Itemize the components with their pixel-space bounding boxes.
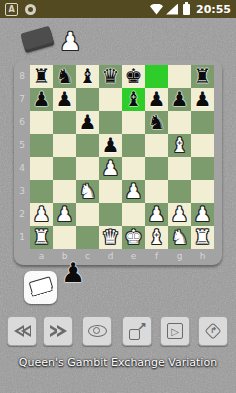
rank-labels: 87654321: [14, 65, 30, 249]
white-pawn: ♟: [125, 180, 143, 203]
black-rook: ♜: [194, 65, 212, 88]
file-label-h: h: [191, 249, 214, 263]
file-label-f: f: [145, 249, 168, 263]
square-g6[interactable]: [168, 111, 191, 134]
share-icon: ↗: [129, 323, 146, 340]
square-a3[interactable]: [30, 180, 53, 203]
square-b8[interactable]: ♞: [53, 65, 76, 88]
square-e1[interactable]: ♚: [122, 226, 145, 249]
square-f1[interactable]: ♝: [145, 226, 168, 249]
step-back-button[interactable]: [7, 316, 37, 346]
white-rook: ♜: [194, 226, 212, 249]
opening-name-caption: Queen's Gambit Exchange Variation: [0, 356, 236, 369]
square-d3[interactable]: [99, 180, 122, 203]
square-g1[interactable]: ♞: [168, 226, 191, 249]
square-g8[interactable]: [168, 65, 191, 88]
square-c6[interactable]: ♟: [76, 111, 99, 134]
black-king: ♚: [125, 65, 143, 88]
square-a2[interactable]: ♟: [30, 203, 53, 226]
white-side-pawn-indicator: ♟: [59, 30, 81, 53]
black-pawn: ♟: [33, 88, 51, 111]
black-bishop: ♝: [125, 88, 143, 111]
square-c7[interactable]: [76, 88, 99, 111]
square-e7[interactable]: ♝: [122, 88, 145, 111]
white-queen: ♛: [102, 226, 120, 249]
white-knight: ♞: [171, 226, 189, 249]
square-c8[interactable]: ♝: [76, 65, 99, 88]
square-h5[interactable]: [191, 134, 214, 157]
white-bishop: ♝: [148, 226, 166, 249]
square-h7[interactable]: ♟: [191, 88, 214, 111]
white-pawn: ♟: [33, 203, 51, 226]
square-a6[interactable]: [30, 111, 53, 134]
square-d5[interactable]: ♟: [99, 134, 122, 157]
square-e3[interactable]: ♟: [122, 180, 145, 203]
black-knight: ♞: [148, 111, 166, 134]
rank-label-2: 2: [14, 203, 30, 226]
file-labels: abcdefgh: [30, 249, 214, 263]
letter-a-box-icon: A: [5, 3, 18, 16]
variation-button[interactable]: ↱: [198, 316, 228, 346]
cell-signal-icon: [166, 4, 178, 15]
app-screen: A 20:55 ♟ 87654321 ♜♞♝♛♚♜♟♟♝♟♟♟♟♞♟♝♟♞♟♟♟…: [0, 0, 236, 393]
square-b7[interactable]: ♟: [53, 88, 76, 111]
square-g2[interactable]: ♟: [168, 203, 191, 226]
square-c1[interactable]: [76, 226, 99, 249]
file-label-e: e: [122, 249, 145, 263]
black-side-pawn-indicator: ♟: [61, 261, 85, 284]
square-a8[interactable]: ♜: [30, 65, 53, 88]
square-e5[interactable]: [122, 134, 145, 157]
white-knight: ♞: [79, 180, 97, 203]
square-c3[interactable]: ♞: [76, 180, 99, 203]
step-forward-button[interactable]: [43, 316, 73, 346]
square-f4[interactable]: [145, 157, 168, 180]
square-h4[interactable]: [191, 157, 214, 180]
autoplay-button[interactable]: ▷: [160, 316, 190, 346]
square-c4[interactable]: [76, 157, 99, 180]
square-f5[interactable]: [145, 134, 168, 157]
file-label-g: g: [168, 249, 191, 263]
square-d4[interactable]: ♟: [99, 157, 122, 180]
share-button[interactable]: ↗: [122, 316, 152, 346]
share-arrow: ↗: [137, 320, 146, 333]
white-rook: ♜: [33, 226, 51, 249]
turn-arrow-glyph: ↱: [210, 327, 217, 335]
square-h8[interactable]: ♜: [191, 65, 214, 88]
square-f7[interactable]: ♟: [145, 88, 168, 111]
square-f6[interactable]: ♞: [145, 111, 168, 134]
rank-label-5: 5: [14, 134, 30, 157]
peek-button[interactable]: [82, 316, 112, 346]
rewind-icon: [21, 325, 31, 338]
white-pawn: ♟: [56, 203, 74, 226]
square-d7[interactable]: [99, 88, 122, 111]
square-b2[interactable]: ♟: [53, 203, 76, 226]
square-a7[interactable]: ♟: [30, 88, 53, 111]
wifi-icon: [150, 4, 163, 15]
square-b5[interactable]: [53, 134, 76, 157]
square-h2[interactable]: ♟: [191, 203, 214, 226]
rank-label-4: 4: [14, 157, 30, 180]
square-g3[interactable]: [168, 180, 191, 203]
square-d2[interactable]: [99, 203, 122, 226]
square-b6[interactable]: [53, 111, 76, 134]
square-f3[interactable]: [145, 180, 168, 203]
square-e8[interactable]: ♚: [122, 65, 145, 88]
battery-icon: [183, 4, 190, 15]
square-d1[interactable]: ♛: [99, 226, 122, 249]
square-d6[interactable]: [99, 111, 122, 134]
play-box-icon: ▷: [167, 323, 183, 339]
file-label-d: d: [99, 249, 122, 263]
square-f2[interactable]: ♟: [145, 203, 168, 226]
square-e6[interactable]: [122, 111, 145, 134]
white-bishop: ♝: [171, 134, 189, 157]
square-g5[interactable]: ♝: [168, 134, 191, 157]
square-e2[interactable]: [122, 203, 145, 226]
black-pawn: ♟: [102, 134, 120, 157]
status-clock: 20:55: [196, 3, 231, 16]
black-pawn: ♟: [194, 88, 212, 111]
white-king: ♚: [125, 226, 143, 249]
square-h6[interactable]: [191, 111, 214, 134]
square-g7[interactable]: ♟: [168, 88, 191, 111]
black-rook: ♜: [33, 65, 51, 88]
eye-icon: [88, 325, 107, 337]
black-pawn: ♟: [56, 88, 74, 111]
square-f8[interactable]: [145, 65, 168, 88]
square-h1[interactable]: ♜: [191, 226, 214, 249]
white-pawn: ♟: [102, 157, 120, 180]
white-pawn: ♟: [148, 203, 166, 226]
circle-record-icon: [25, 4, 36, 15]
black-queen: ♛: [102, 65, 120, 88]
square-b4[interactable]: [53, 157, 76, 180]
fast-forward-icon: [57, 325, 67, 338]
square-g4[interactable]: [168, 157, 191, 180]
square-h3[interactable]: [191, 180, 214, 203]
square-b3[interactable]: [53, 180, 76, 203]
square-d8[interactable]: ♛: [99, 65, 122, 88]
square-e4[interactable]: [122, 157, 145, 180]
chess-board: 87654321 ♜♞♝♛♚♜♟♟♝♟♟♟♟♞♟♝♟♞♟♟♟♟♟♟♜♛♚♝♞♜ …: [14, 60, 222, 265]
black-bishop: ♝: [79, 65, 97, 88]
square-c2[interactable]: [76, 203, 99, 226]
black-pawn: ♟: [148, 88, 166, 111]
square-a4[interactable]: [30, 157, 53, 180]
rank-label-7: 7: [14, 88, 30, 111]
status-bar: A 20:55: [0, 0, 236, 18]
square-c5[interactable]: [76, 134, 99, 157]
rank-label-3: 3: [14, 180, 30, 203]
turn-arrow-icon: ↱: [205, 323, 222, 340]
black-knight: ♞: [56, 65, 74, 88]
board-grid: ♜♞♝♛♚♜♟♟♝♟♟♟♟♞♟♝♟♞♟♟♟♟♟♟♜♛♚♝♞♜: [30, 65, 214, 249]
rank-label-1: 1: [14, 226, 30, 249]
file-label-a: a: [30, 249, 53, 263]
rank-label-8: 8: [14, 65, 30, 88]
white-pawn: ♟: [194, 203, 212, 226]
white-pawn: ♟: [171, 203, 189, 226]
black-pawn: ♟: [171, 88, 189, 111]
rank-label-6: 6: [14, 111, 30, 134]
opening-book-button[interactable]: [24, 271, 57, 304]
square-a5[interactable]: [30, 134, 53, 157]
square-a1[interactable]: ♜: [30, 226, 53, 249]
square-b1[interactable]: [53, 226, 76, 249]
black-pawn: ♟: [79, 111, 97, 134]
